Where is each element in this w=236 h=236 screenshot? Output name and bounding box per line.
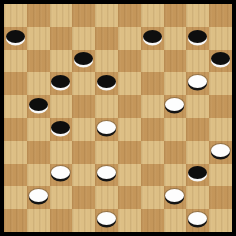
dark-square-r1c8[interactable] [186,27,209,50]
light-square-r2c8[interactable] [186,50,209,73]
white-man-square-24[interactable] [165,98,184,111]
dark-square-r4c3[interactable] [72,95,95,118]
dark-square-r2c3[interactable] [72,50,95,73]
white-man-square-50[interactable] [188,212,207,225]
light-square-r2c2[interactable] [50,50,73,73]
light-square-r6c4[interactable] [95,141,118,164]
light-square-r2c0[interactable] [4,50,27,73]
black-man-square-21[interactable] [29,98,48,111]
dark-square-r9c8[interactable] [186,209,209,232]
light-square-r4c4[interactable] [95,95,118,118]
black-man-square-12[interactable] [74,52,93,65]
black-man-square-18[interactable] [97,75,116,88]
light-square-r6c6[interactable] [141,141,164,164]
light-square-r9c3[interactable] [72,209,95,232]
dark-square-r2c7[interactable] [164,50,187,73]
light-square-r2c4[interactable] [95,50,118,73]
dark-square-r9c4[interactable] [95,209,118,232]
light-square-r0c8[interactable] [186,4,209,27]
dark-square-r8c3[interactable] [72,186,95,209]
light-square-r5c7[interactable] [164,118,187,141]
light-square-r3c7[interactable] [164,72,187,95]
dark-square-r6c3[interactable] [72,141,95,164]
light-square-r5c3[interactable] [72,118,95,141]
white-man-square-37[interactable] [51,166,70,179]
black-man-square-10[interactable] [188,30,207,43]
light-square-r6c2[interactable] [50,141,73,164]
light-square-r1c9[interactable] [209,27,232,50]
dark-square-r1c2[interactable] [50,27,73,50]
dark-square-r8c5[interactable] [118,186,141,209]
dark-square-r5c4[interactable] [95,118,118,141]
light-square-r0c6[interactable] [141,4,164,27]
light-square-r7c3[interactable] [72,164,95,187]
light-square-r3c9[interactable] [209,72,232,95]
light-square-r3c1[interactable] [27,72,50,95]
light-square-r5c9[interactable] [209,118,232,141]
dark-square-r6c7[interactable] [164,141,187,164]
dark-square-r4c5[interactable] [118,95,141,118]
light-square-r7c1[interactable] [27,164,50,187]
black-man-square-27[interactable] [51,121,70,134]
light-square-r5c1[interactable] [27,118,50,141]
dark-square-r5c0[interactable] [4,118,27,141]
light-square-r8c0[interactable] [4,186,27,209]
light-square-r6c8[interactable] [186,141,209,164]
black-man-square-15[interactable] [211,52,230,65]
white-man-square-35[interactable] [211,144,230,157]
light-square-r4c8[interactable] [186,95,209,118]
black-man-square-40[interactable] [188,166,207,179]
white-man-square-48[interactable] [97,212,116,225]
dark-square-r4c9[interactable] [209,95,232,118]
dark-square-r8c7[interactable] [164,186,187,209]
dark-square-r0c5[interactable] [118,4,141,27]
dark-square-r9c6[interactable] [141,209,164,232]
dark-square-r4c1[interactable] [27,95,50,118]
dark-square-r8c9[interactable] [209,186,232,209]
dark-square-r7c6[interactable] [141,164,164,187]
light-square-r7c5[interactable] [118,164,141,187]
dark-square-r3c4[interactable] [95,72,118,95]
board-frame [0,0,236,236]
light-square-r7c7[interactable] [164,164,187,187]
light-square-r0c4[interactable] [95,4,118,27]
dark-square-r6c9[interactable] [209,141,232,164]
light-square-r8c4[interactable] [95,186,118,209]
light-square-r9c1[interactable] [27,209,50,232]
light-square-r6c0[interactable] [4,141,27,164]
light-square-r7c9[interactable] [209,164,232,187]
dark-square-r9c0[interactable] [4,209,27,232]
dark-square-r0c7[interactable] [164,4,187,27]
light-square-r1c3[interactable] [72,27,95,50]
dark-square-r6c5[interactable] [118,141,141,164]
light-square-r5c5[interactable] [118,118,141,141]
dark-square-r0c9[interactable] [209,4,232,27]
dark-square-r3c8[interactable] [186,72,209,95]
dark-square-r4c7[interactable] [164,95,187,118]
dark-square-r7c8[interactable] [186,164,209,187]
light-square-r3c3[interactable] [72,72,95,95]
dark-square-r3c0[interactable] [4,72,27,95]
light-square-r1c5[interactable] [118,27,141,50]
black-man-square-17[interactable] [51,75,70,88]
light-square-r8c8[interactable] [186,186,209,209]
dark-square-r0c3[interactable] [72,4,95,27]
board [4,4,232,232]
light-square-r1c1[interactable] [27,27,50,50]
dark-square-r7c0[interactable] [4,164,27,187]
dark-square-r3c6[interactable] [141,72,164,95]
black-man-square-6[interactable] [6,30,25,43]
light-square-r4c0[interactable] [4,95,27,118]
light-square-r1c7[interactable] [164,27,187,50]
dark-square-r2c1[interactable] [27,50,50,73]
black-man-square-9[interactable] [143,30,162,43]
dark-square-r7c2[interactable] [50,164,73,187]
white-man-square-20[interactable] [188,75,207,88]
dark-square-r5c2[interactable] [50,118,73,141]
light-square-r3c5[interactable] [118,72,141,95]
dark-square-r9c2[interactable] [50,209,73,232]
dark-square-r1c0[interactable] [4,27,27,50]
dark-square-r0c1[interactable] [27,4,50,27]
white-man-square-38[interactable] [97,166,116,179]
dark-square-r6c1[interactable] [27,141,50,164]
light-square-r9c5[interactable] [118,209,141,232]
dark-square-r1c6[interactable] [141,27,164,50]
dark-square-r2c9[interactable] [209,50,232,73]
light-square-r8c6[interactable] [141,186,164,209]
dark-square-r5c8[interactable] [186,118,209,141]
dark-square-r5c6[interactable] [141,118,164,141]
light-square-r0c2[interactable] [50,4,73,27]
dark-square-r3c2[interactable] [50,72,73,95]
dark-square-r1c4[interactable] [95,27,118,50]
white-man-square-44[interactable] [165,189,184,202]
dark-square-r8c1[interactable] [27,186,50,209]
light-square-r8c2[interactable] [50,186,73,209]
light-square-r9c9[interactable] [209,209,232,232]
light-square-r0c0[interactable] [4,4,27,27]
light-square-r9c7[interactable] [164,209,187,232]
light-square-r2c6[interactable] [141,50,164,73]
light-square-r4c6[interactable] [141,95,164,118]
dark-square-r7c4[interactable] [95,164,118,187]
dark-square-r2c5[interactable] [118,50,141,73]
white-man-square-28[interactable] [97,121,116,134]
light-square-r4c2[interactable] [50,95,73,118]
white-man-square-41[interactable] [29,189,48,202]
